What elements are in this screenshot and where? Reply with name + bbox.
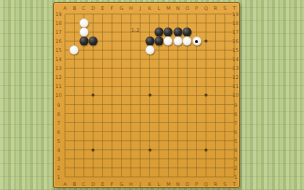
col-label-bottom-L: L bbox=[158, 181, 161, 186]
row-label-right-4: 4 bbox=[234, 147, 237, 152]
col-label-top-C: C bbox=[82, 5, 86, 10]
row-label-right-16: 16 bbox=[232, 39, 238, 44]
last-move-marker bbox=[195, 40, 198, 43]
row-label-right-10: 10 bbox=[232, 93, 238, 98]
row-label-left-4: 4 bbox=[57, 147, 60, 152]
move-annotation: 1ₒ2 bbox=[131, 28, 139, 33]
star-point-Q16 bbox=[205, 40, 208, 43]
stone-black-L17 bbox=[155, 28, 164, 37]
row-label-left-12: 12 bbox=[55, 75, 61, 80]
row-label-left-11: 11 bbox=[55, 84, 61, 89]
row-label-left-8: 8 bbox=[57, 111, 60, 116]
row-label-left-9: 9 bbox=[57, 102, 60, 107]
stone-white-C17 bbox=[79, 28, 88, 37]
star-point-K10 bbox=[148, 94, 151, 97]
star-point-D4 bbox=[92, 148, 95, 151]
col-label-bottom-A: A bbox=[63, 181, 66, 186]
stone-white-M16 bbox=[164, 37, 173, 46]
col-label-top-J: J bbox=[139, 5, 140, 10]
col-label-top-P: P bbox=[195, 5, 198, 10]
stone-black-N17 bbox=[173, 28, 182, 37]
row-label-right-6: 6 bbox=[234, 129, 237, 134]
row-label-left-14: 14 bbox=[55, 57, 61, 62]
stone-white-P16 bbox=[192, 37, 201, 46]
col-label-top-D: D bbox=[91, 5, 95, 10]
col-label-top-B: B bbox=[73, 5, 76, 10]
row-label-left-13: 13 bbox=[55, 66, 61, 71]
col-label-bottom-B: B bbox=[73, 181, 76, 186]
stone-white-K15 bbox=[145, 46, 154, 55]
col-label-bottom-E: E bbox=[101, 181, 104, 186]
row-label-right-3: 3 bbox=[234, 156, 237, 161]
col-label-top-A: A bbox=[63, 5, 66, 10]
col-label-top-R: R bbox=[214, 5, 217, 10]
col-label-top-M: M bbox=[166, 5, 170, 10]
col-label-bottom-M: M bbox=[166, 181, 170, 186]
stone-black-M17 bbox=[164, 28, 173, 37]
col-label-bottom-Q: Q bbox=[204, 181, 208, 186]
col-label-top-S: S bbox=[223, 5, 226, 10]
stone-black-D16 bbox=[89, 37, 98, 46]
row-label-right-1: 1 bbox=[234, 174, 237, 179]
col-label-top-Q: Q bbox=[204, 5, 208, 10]
row-label-right-14: 14 bbox=[232, 57, 238, 62]
star-point-Q4 bbox=[205, 148, 208, 151]
col-label-bottom-N: N bbox=[176, 181, 180, 186]
col-label-top-K: K bbox=[148, 5, 151, 10]
col-label-bottom-K: K bbox=[148, 181, 151, 186]
row-label-right-15: 15 bbox=[232, 48, 238, 53]
go-app-screenshot: AABBCCDDEEFFGGHHJJKKLLMMNNOOPPQQRRSSTT19… bbox=[0, 0, 304, 190]
row-label-right-5: 5 bbox=[234, 138, 237, 143]
row-label-right-2: 2 bbox=[234, 165, 237, 170]
star-point-Q10 bbox=[205, 94, 208, 97]
col-label-bottom-G: G bbox=[119, 181, 123, 186]
col-label-bottom-D: D bbox=[91, 181, 95, 186]
row-label-left-15: 15 bbox=[55, 48, 61, 53]
row-label-left-6: 6 bbox=[57, 129, 60, 134]
go-board[interactable]: AABBCCDDEEFFGGHHJJKKLLMMNNOOPPQQRRSSTT19… bbox=[53, 2, 240, 188]
col-label-top-O: O bbox=[185, 5, 189, 10]
col-label-top-H: H bbox=[129, 5, 133, 10]
row-label-left-10: 10 bbox=[55, 93, 61, 98]
col-label-top-N: N bbox=[176, 5, 180, 10]
row-label-left-3: 3 bbox=[57, 156, 60, 161]
stone-white-B15 bbox=[70, 46, 79, 55]
row-label-right-17: 17 bbox=[232, 30, 238, 35]
col-label-bottom-C: C bbox=[82, 181, 86, 186]
col-label-bottom-R: R bbox=[214, 181, 217, 186]
col-label-bottom-F: F bbox=[111, 181, 114, 186]
stone-black-K16 bbox=[145, 37, 154, 46]
stone-white-C18 bbox=[79, 19, 88, 28]
row-label-right-12: 12 bbox=[232, 75, 238, 80]
stone-black-L16 bbox=[155, 37, 164, 46]
row-label-right-11: 11 bbox=[232, 84, 238, 89]
col-label-top-F: F bbox=[111, 5, 114, 10]
row-label-left-2: 2 bbox=[57, 165, 60, 170]
row-label-left-1: 1 bbox=[57, 174, 60, 179]
stone-black-C16 bbox=[79, 37, 88, 46]
row-label-right-18: 18 bbox=[232, 21, 238, 26]
stone-white-O16 bbox=[183, 37, 192, 46]
row-label-right-8: 8 bbox=[234, 111, 237, 116]
row-label-right-13: 13 bbox=[232, 66, 238, 71]
stone-black-O17 bbox=[183, 28, 192, 37]
col-label-top-L: L bbox=[158, 5, 161, 10]
col-label-bottom-J: J bbox=[139, 181, 140, 186]
row-label-left-18: 18 bbox=[55, 21, 61, 26]
col-label-top-T: T bbox=[233, 5, 236, 10]
col-label-bottom-O: O bbox=[185, 181, 189, 186]
row-label-left-5: 5 bbox=[57, 138, 60, 143]
row-label-left-16: 16 bbox=[55, 39, 61, 44]
col-label-bottom-S: S bbox=[223, 181, 226, 186]
col-label-bottom-H: H bbox=[129, 181, 133, 186]
col-label-top-E: E bbox=[101, 5, 104, 10]
col-label-top-G: G bbox=[119, 5, 123, 10]
col-label-bottom-P: P bbox=[195, 181, 198, 186]
row-label-right-9: 9 bbox=[234, 102, 237, 107]
col-label-bottom-T: T bbox=[233, 181, 236, 186]
row-label-right-7: 7 bbox=[234, 120, 237, 125]
row-label-left-17: 17 bbox=[55, 30, 61, 35]
star-point-K4 bbox=[148, 148, 151, 151]
star-point-D10 bbox=[92, 94, 95, 97]
stone-white-N16 bbox=[173, 37, 182, 46]
row-label-right-19: 19 bbox=[232, 12, 238, 17]
row-label-left-7: 7 bbox=[57, 120, 60, 125]
row-label-left-19: 19 bbox=[55, 12, 61, 17]
